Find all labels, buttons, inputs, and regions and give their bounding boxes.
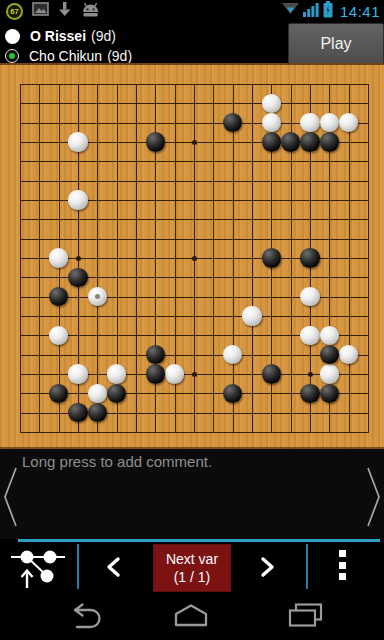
player-rank-white: (9d) xyxy=(91,28,116,44)
battery-level-badge-icon: 67 xyxy=(6,3,23,20)
star-point xyxy=(192,256,197,261)
next-var-button[interactable]: Next var (1 / 1) xyxy=(153,544,231,592)
status-bar: 67 xyxy=(0,0,384,22)
player-name-black: Cho Chikun xyxy=(29,48,102,64)
player-row-white: O Rissei (9d) xyxy=(5,27,116,45)
toolbar: Next var (1 / 1) xyxy=(0,542,384,592)
recents-button[interactable] xyxy=(286,602,326,632)
stone-white xyxy=(320,364,339,383)
toolbar-separator xyxy=(77,544,79,589)
stone-white xyxy=(68,190,87,209)
stone-black xyxy=(300,132,319,151)
star-point xyxy=(192,372,197,377)
game-tree-button[interactable] xyxy=(8,548,66,590)
stone-white xyxy=(300,287,319,306)
stone-black xyxy=(146,364,165,383)
home-button[interactable] xyxy=(172,602,212,632)
star-point xyxy=(76,256,81,261)
stone-white xyxy=(300,113,319,132)
stone-black xyxy=(146,132,165,151)
comment-area[interactable]: Long press to add comment. xyxy=(0,449,384,539)
stone-black xyxy=(146,345,165,364)
stone-black xyxy=(262,132,281,151)
stone-black xyxy=(88,403,107,422)
game-tree-icon xyxy=(8,548,66,590)
stone-white xyxy=(88,384,107,403)
download-icon xyxy=(58,2,71,21)
black-to-move-indicator-icon xyxy=(5,49,19,63)
android-robot-icon xyxy=(80,2,101,21)
player-rank-black: (9d) xyxy=(107,48,132,64)
next-var-label: Next var xyxy=(166,550,218,568)
next-move-chevron[interactable] xyxy=(366,466,381,532)
overflow-menu-button[interactable] xyxy=(339,550,349,586)
prev-move-chevron[interactable] xyxy=(3,466,18,532)
gallery-icon xyxy=(32,2,49,20)
star-point xyxy=(308,372,313,377)
stone-white xyxy=(320,326,339,345)
toolbar-separator xyxy=(306,544,308,589)
status-icons-right: 14:41 xyxy=(282,2,380,20)
stone-black xyxy=(68,268,87,287)
battery-charging-icon xyxy=(323,1,333,22)
stone-black xyxy=(300,384,319,403)
stone-black xyxy=(281,132,300,151)
stone-white xyxy=(262,113,281,132)
status-icons-left: 67 xyxy=(6,2,101,20)
stone-white xyxy=(49,248,68,267)
next-node-button[interactable] xyxy=(258,556,276,582)
play-button[interactable]: Play xyxy=(288,23,384,64)
white-stone-icon xyxy=(5,29,20,44)
stone-black xyxy=(320,132,339,151)
player-name-white: O Rissei xyxy=(30,28,86,44)
prev-node-button[interactable] xyxy=(104,556,122,582)
stone-black xyxy=(262,364,281,383)
stone-white xyxy=(68,364,87,383)
back-button[interactable] xyxy=(62,602,102,636)
app-screen: 67 xyxy=(0,0,384,640)
stone-black xyxy=(262,248,281,267)
stone-white xyxy=(88,287,107,306)
system-nav-bar xyxy=(0,592,384,640)
signal-strength-icon xyxy=(303,2,319,21)
stone-white xyxy=(242,306,261,325)
stone-black xyxy=(320,345,339,364)
stone-black xyxy=(107,384,126,403)
next-var-count: (1 / 1) xyxy=(174,568,211,586)
stone-black xyxy=(300,248,319,267)
stone-white xyxy=(49,326,68,345)
stone-white xyxy=(68,132,87,151)
star-point xyxy=(192,140,197,145)
stone-white xyxy=(320,113,339,132)
wifi-icon xyxy=(282,2,299,20)
stone-black xyxy=(320,384,339,403)
stone-black xyxy=(223,384,242,403)
comment-placeholder: Long press to add comment. xyxy=(22,453,212,470)
last-move-marker xyxy=(95,294,101,300)
turn-dot xyxy=(9,53,15,59)
stone-black xyxy=(49,384,68,403)
clock: 14:41 xyxy=(340,3,380,20)
stone-white xyxy=(300,326,319,345)
stone-white xyxy=(165,364,184,383)
stone-black xyxy=(68,403,87,422)
stone-white xyxy=(107,364,126,383)
stone-white xyxy=(262,94,281,113)
go-board[interactable] xyxy=(0,63,384,449)
